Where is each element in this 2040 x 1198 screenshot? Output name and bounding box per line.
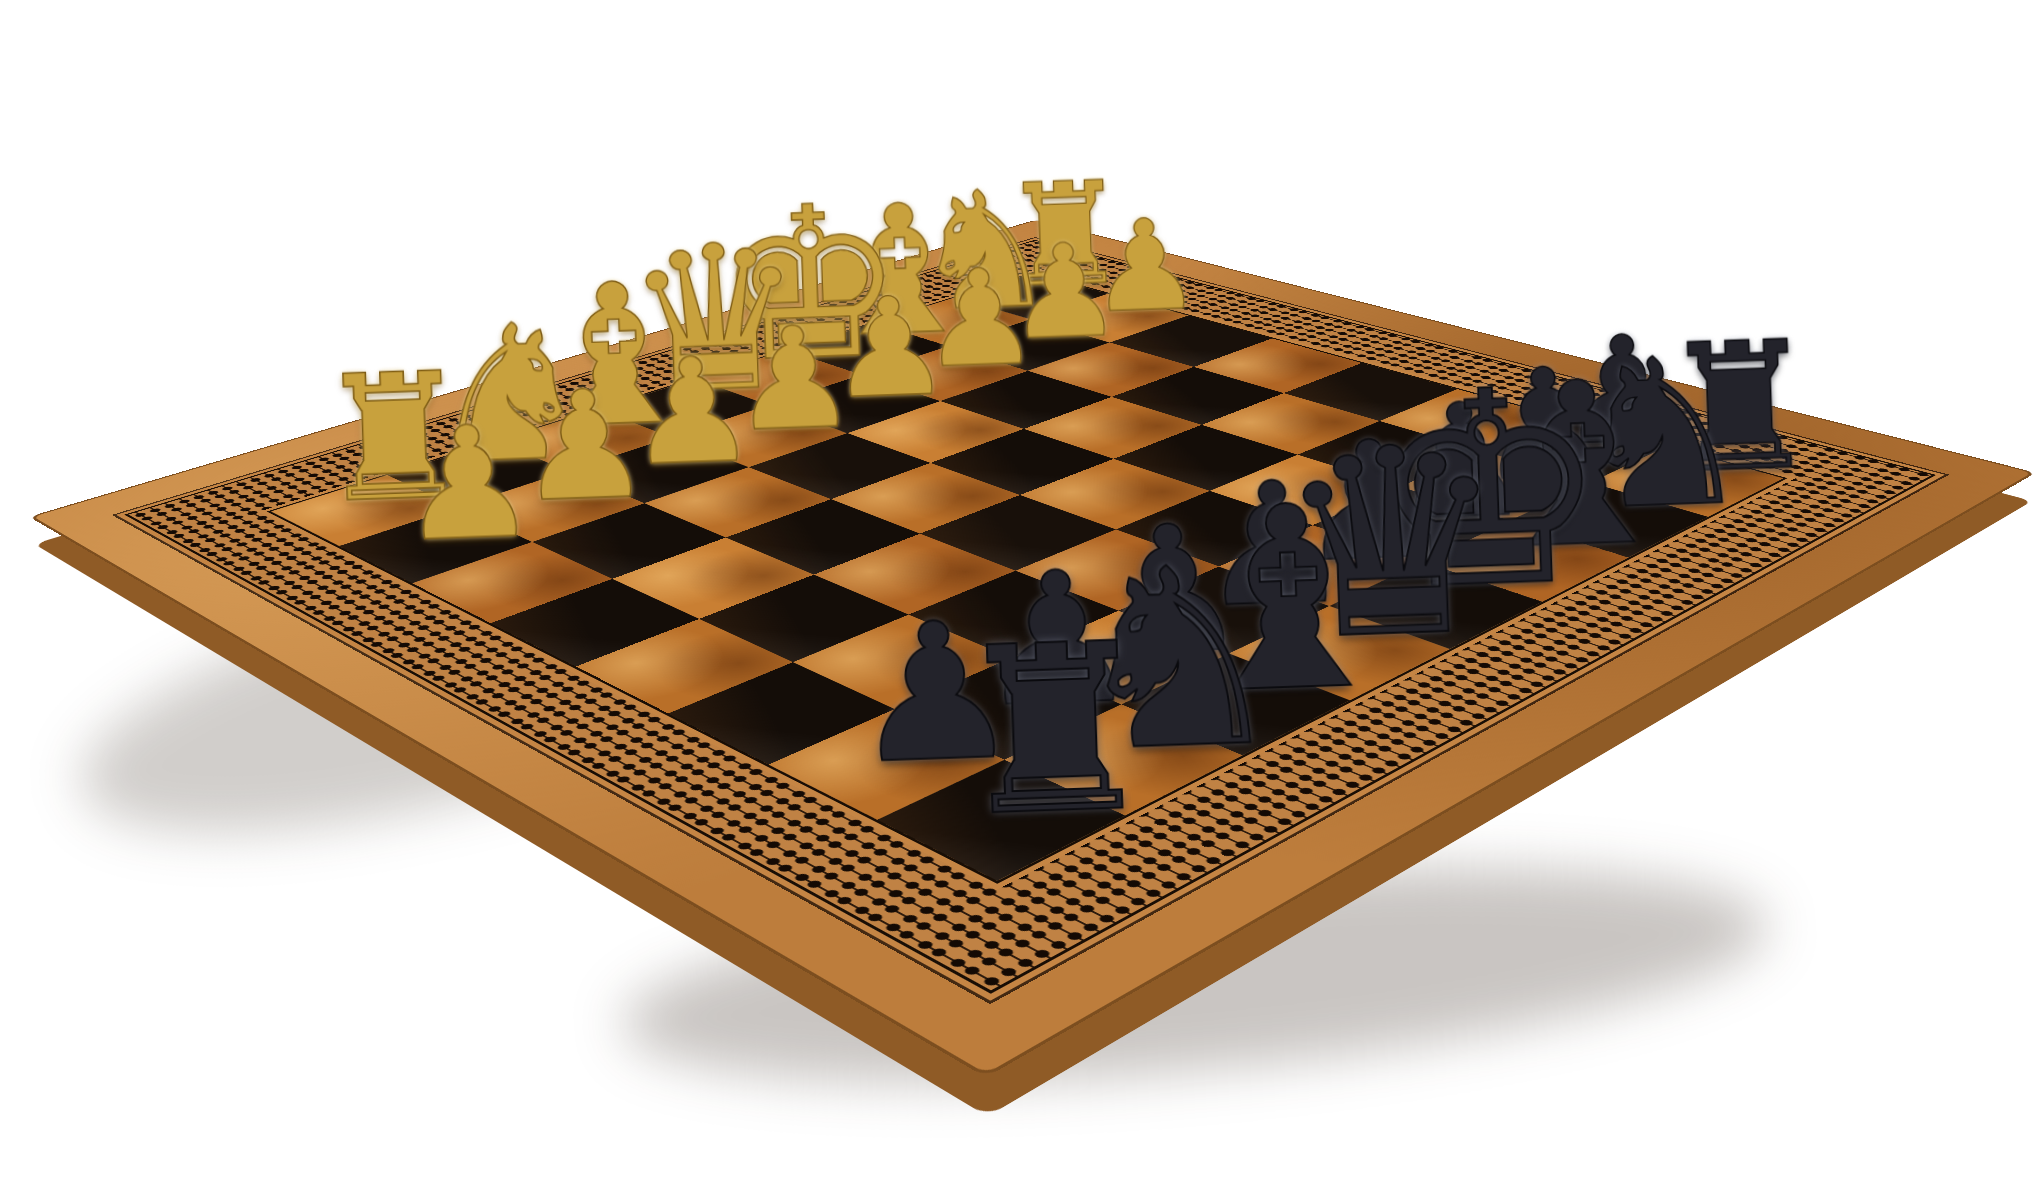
ornament-band: INCOGNI MERIDIO ♛ ♛ ♜♞♝♛♚♝♞♜♟♟♟♟♟♟♟♟♟♟♟♟… xyxy=(124,240,1936,994)
white-pawn: ♟ xyxy=(396,404,540,563)
chess-board: INCOGNI MERIDIO ♛ ♛ ♜♞♝♛♚♝♞♜♟♟♟♟♟♟♟♟♟♟♟♟… xyxy=(29,220,2036,1078)
board-grid: INCOGNI MERIDIO ♛ ♛ ♜♞♝♛♚♝♞♜♟♟♟♟♟♟♟♟♟♟♟♟… xyxy=(267,272,1788,884)
square-e5 xyxy=(931,429,1114,495)
scene-3d: INCOGNI MERIDIO ♛ ♛ ♜♞♝♛♚♝♞♜♟♟♟♟♟♟♟♟♟♟♟♟… xyxy=(0,0,2040,1198)
photo-canvas: INCOGNI MERIDIO ♛ ♛ ♜♞♝♛♚♝♞♜♟♟♟♟♟♟♟♟♟♟♟♟… xyxy=(0,0,2040,1198)
black-rook: ♜ xyxy=(948,612,1162,849)
